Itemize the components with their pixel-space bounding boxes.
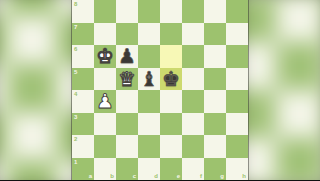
square-c8[interactable] xyxy=(116,0,138,23)
square-a3[interactable]: 3 xyxy=(72,113,94,136)
square-h7[interactable] xyxy=(226,23,248,46)
square-f8[interactable] xyxy=(182,0,204,23)
square-h1[interactable]: h xyxy=(226,158,248,181)
square-f3[interactable] xyxy=(182,113,204,136)
square-h8[interactable] xyxy=(226,0,248,23)
square-a8[interactable]: 8 xyxy=(72,0,94,23)
square-e8[interactable] xyxy=(160,0,182,23)
piece-white-pawn[interactable]: ♟ xyxy=(94,90,116,113)
square-e1[interactable]: e xyxy=(160,158,182,181)
square-a6[interactable]: 6 xyxy=(72,45,94,68)
square-a2[interactable]: 2 xyxy=(72,135,94,158)
square-h6[interactable] xyxy=(226,45,248,68)
rank-label-7: 7 xyxy=(74,24,77,30)
square-d6[interactable] xyxy=(138,45,160,68)
square-b8[interactable] xyxy=(94,0,116,23)
square-c1[interactable]: c xyxy=(116,158,138,181)
rank-label-2: 2 xyxy=(74,136,77,142)
square-f2[interactable] xyxy=(182,135,204,158)
square-e7[interactable] xyxy=(160,23,182,46)
square-d7[interactable] xyxy=(138,23,160,46)
file-label-c: c xyxy=(133,173,136,179)
square-e2[interactable] xyxy=(160,135,182,158)
square-b3[interactable] xyxy=(94,113,116,136)
square-d5[interactable]: ♝ xyxy=(138,68,160,91)
square-c7[interactable] xyxy=(116,23,138,46)
square-c4[interactable] xyxy=(116,90,138,113)
square-c5[interactable]: ♛ xyxy=(116,68,138,91)
square-e4[interactable] xyxy=(160,90,182,113)
square-d2[interactable] xyxy=(138,135,160,158)
square-c2[interactable] xyxy=(116,135,138,158)
square-e6[interactable] xyxy=(160,45,182,68)
rank-label-6: 6 xyxy=(74,46,77,52)
square-a5[interactable]: 5 xyxy=(72,68,94,91)
square-f1[interactable]: f xyxy=(182,158,204,181)
piece-white-queen[interactable]: ♛ xyxy=(116,68,138,91)
square-h4[interactable] xyxy=(226,90,248,113)
square-f6[interactable] xyxy=(182,45,204,68)
piece-black-pawn[interactable]: ♟ xyxy=(116,45,138,68)
square-b4[interactable]: ♟ xyxy=(94,90,116,113)
square-b7[interactable] xyxy=(94,23,116,46)
rank-label-8: 8 xyxy=(74,1,77,7)
file-label-d: d xyxy=(154,173,158,179)
square-g6[interactable] xyxy=(204,45,226,68)
piece-black-king[interactable]: ♚ xyxy=(160,68,182,91)
square-a7[interactable]: 7 xyxy=(72,23,94,46)
square-h2[interactable] xyxy=(226,135,248,158)
piece-black-bishop[interactable]: ♝ xyxy=(138,68,160,91)
file-label-f: f xyxy=(200,173,202,179)
square-a4[interactable]: 4 xyxy=(72,90,94,113)
square-b6[interactable]: ♚ xyxy=(94,45,116,68)
piece-white-king[interactable]: ♚ xyxy=(94,45,116,68)
square-f7[interactable] xyxy=(182,23,204,46)
square-h3[interactable] xyxy=(226,113,248,136)
file-label-g: g xyxy=(220,173,224,179)
chess-board: 876♚♟5♛♝♚4♟321abcdefgh xyxy=(72,0,248,180)
square-d8[interactable] xyxy=(138,0,160,23)
square-d3[interactable] xyxy=(138,113,160,136)
file-label-b: b xyxy=(110,173,114,179)
square-h5[interactable] xyxy=(226,68,248,91)
square-g3[interactable] xyxy=(204,113,226,136)
square-g8[interactable] xyxy=(204,0,226,23)
square-e5[interactable]: ♚ xyxy=(160,68,182,91)
square-c6[interactable]: ♟ xyxy=(116,45,138,68)
square-g1[interactable]: g xyxy=(204,158,226,181)
square-f4[interactable] xyxy=(182,90,204,113)
file-label-h: h xyxy=(242,173,246,179)
chess-app-frame: 876♚♟5♛♝♚4♟321abcdefgh xyxy=(0,0,320,180)
square-c3[interactable] xyxy=(116,113,138,136)
square-b1[interactable]: b xyxy=(94,158,116,181)
square-g5[interactable] xyxy=(204,68,226,91)
square-f5[interactable] xyxy=(182,68,204,91)
file-label-e: e xyxy=(177,173,180,179)
square-b5[interactable] xyxy=(94,68,116,91)
square-g7[interactable] xyxy=(204,23,226,46)
rank-label-3: 3 xyxy=(74,114,77,120)
square-b2[interactable] xyxy=(94,135,116,158)
rank-label-1: 1 xyxy=(74,159,77,165)
square-g2[interactable] xyxy=(204,135,226,158)
square-a1[interactable]: 1a xyxy=(72,158,94,181)
rank-label-4: 4 xyxy=(74,91,77,97)
square-d4[interactable] xyxy=(138,90,160,113)
rank-label-5: 5 xyxy=(74,69,77,75)
file-label-a: a xyxy=(89,173,92,179)
square-e3[interactable] xyxy=(160,113,182,136)
square-g4[interactable] xyxy=(204,90,226,113)
square-d1[interactable]: d xyxy=(138,158,160,181)
